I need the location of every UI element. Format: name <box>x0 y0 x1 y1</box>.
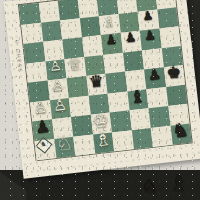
square-c7[interactable] <box>60 18 82 40</box>
piece-white-bishop: ♗ <box>102 14 115 29</box>
square-f6[interactable]: ♟ <box>120 31 142 53</box>
square-g3[interactable] <box>146 87 168 109</box>
piece-white-knight: ♘ <box>55 134 74 155</box>
square-g1[interactable] <box>151 125 173 147</box>
piece-black-king: ♚ <box>166 64 182 82</box>
square-d6[interactable] <box>82 35 104 57</box>
square-a8[interactable] <box>19 3 41 25</box>
square-b3[interactable]: ♙ <box>49 98 71 120</box>
square-c4[interactable] <box>67 76 89 98</box>
piece-black-pawn: ♟ <box>105 34 118 48</box>
square-h3[interactable] <box>166 84 188 106</box>
photo-of-chess-board: © CHESS ♗♟♟♟♟♙♕♙♛♟♚♙♙♝♟♔♘♗♞ ♞ ♞ ♝ <box>0 0 200 200</box>
square-g2[interactable] <box>148 106 170 128</box>
piece-white-pawn: ♙ <box>33 99 49 116</box>
square-c2[interactable] <box>71 115 93 137</box>
square-a5[interactable] <box>26 61 48 83</box>
square-a7[interactable] <box>21 22 43 44</box>
square-h1[interactable]: ♞ <box>170 123 192 145</box>
square-f1[interactable] <box>131 128 153 150</box>
square-g4[interactable]: ♟ <box>144 67 166 89</box>
square-f5[interactable] <box>122 50 144 72</box>
piece-white-bishop: ♗ <box>94 129 113 150</box>
square-e3[interactable] <box>108 91 130 113</box>
square-h6[interactable] <box>159 26 181 48</box>
piece-black-pawn: ♟ <box>142 10 154 23</box>
square-c1[interactable] <box>73 134 95 156</box>
square-a6[interactable] <box>23 42 45 64</box>
vinyl-chess-mat: © CHESS ♗♟♟♟♟♙♕♙♛♟♚♙♙♝♟♔♘♗♞ ♞ <box>4 0 200 179</box>
piece-black-pawn: ♟ <box>147 67 162 83</box>
piece-white-pawn: ♙ <box>49 59 63 74</box>
piece-white-pawn: ♙ <box>50 78 65 94</box>
piece-black-knight: ♞ <box>171 121 190 142</box>
square-b1[interactable]: ♘ <box>54 136 76 158</box>
square-h7[interactable] <box>157 7 179 29</box>
piece-black-queen: ♛ <box>88 73 104 91</box>
square-f3[interactable]: ♝ <box>127 89 149 111</box>
square-b7[interactable] <box>41 20 63 42</box>
square-e1[interactable] <box>112 130 134 152</box>
square-g6[interactable]: ♟ <box>140 28 162 50</box>
captured-black-bishop: ♝ <box>169 173 189 195</box>
square-d4[interactable]: ♛ <box>86 74 108 96</box>
square-c5[interactable]: ♕ <box>64 57 86 79</box>
square-e2[interactable] <box>110 110 132 132</box>
square-d1[interactable]: ♗ <box>93 132 115 154</box>
square-b8[interactable] <box>38 1 60 23</box>
piece-white-pawn: ♙ <box>52 97 68 114</box>
piece-white-queen: ♕ <box>67 56 82 73</box>
piece-black-pawn: ♟ <box>34 118 50 136</box>
piece-black-pawn: ♟ <box>144 29 157 43</box>
square-c8[interactable] <box>58 0 80 20</box>
square-e6[interactable]: ♟ <box>101 33 123 55</box>
piece-black-bishop: ♝ <box>129 87 146 106</box>
square-d7[interactable] <box>79 16 101 38</box>
square-f2[interactable] <box>129 108 151 130</box>
logo-knight-icon: ♞ <box>40 141 47 149</box>
square-e5[interactable] <box>103 52 125 74</box>
mat-corner-logo: ♞ <box>35 136 52 153</box>
square-c3[interactable] <box>69 95 91 117</box>
captured-black-knight: ♞ <box>141 177 158 196</box>
piece-black-pawn: ♟ <box>124 31 137 45</box>
square-h4[interactable]: ♚ <box>163 65 185 87</box>
square-e4[interactable] <box>105 72 127 94</box>
